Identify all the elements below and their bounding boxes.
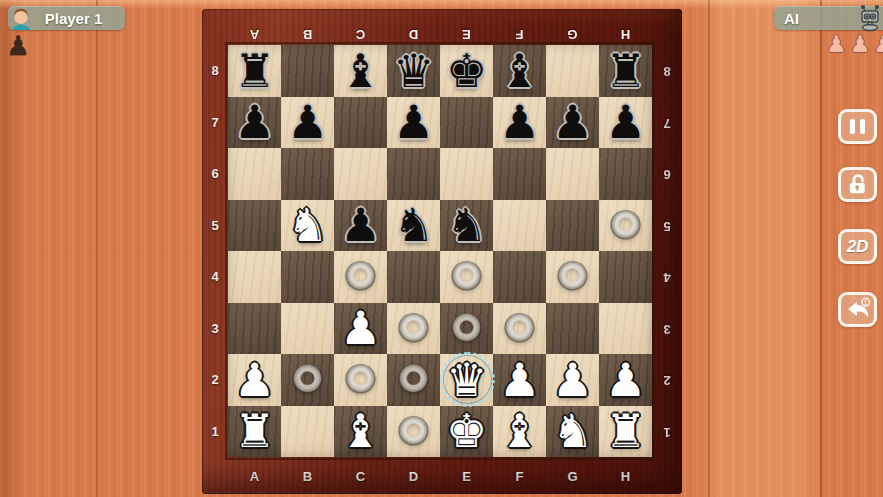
- square-g4[interactable]: [546, 251, 599, 303]
- black-bishop: ♝: [493, 45, 546, 97]
- square-e4[interactable]: [440, 251, 493, 303]
- square-d5[interactable]: ♞: [387, 200, 440, 252]
- wood-seam: [96, 0, 98, 497]
- black-pawn: ♟: [599, 97, 652, 149]
- square-h7[interactable]: ♟: [599, 97, 652, 149]
- square-c3[interactable]: ♟: [334, 303, 387, 355]
- move-indicator-d3: [398, 313, 429, 344]
- view-2d-button[interactable]: 2D: [838, 229, 877, 264]
- rank-label-3: 3: [202, 303, 228, 355]
- square-a8[interactable]: ♜: [228, 45, 281, 97]
- square-a5[interactable]: [228, 200, 281, 252]
- wood-seam: [708, 0, 710, 497]
- square-h8[interactable]: ♜: [599, 45, 652, 97]
- rank-label-8: 8: [652, 45, 682, 97]
- square-e7[interactable]: [440, 97, 493, 149]
- square-f2[interactable]: ♟: [493, 354, 546, 406]
- white-king: ♚: [440, 406, 493, 458]
- black-pawn: ♟: [228, 97, 281, 149]
- square-c1[interactable]: ♝: [334, 406, 387, 458]
- black-pawn: ♟: [546, 97, 599, 149]
- black-pawn: ♟: [334, 200, 387, 252]
- square-a3[interactable]: [228, 303, 281, 355]
- file-labels-bottom: ABCDEFGH: [228, 461, 652, 491]
- white-pawn: ♟: [599, 354, 652, 406]
- square-c7[interactable]: [334, 97, 387, 149]
- square-g8[interactable]: [546, 45, 599, 97]
- rank-label-1: 1: [652, 406, 682, 458]
- rank-label-3: 3: [652, 303, 682, 355]
- captured-pieces-ai: ♟♟♟: [826, 33, 883, 56]
- game-screen: Player 1 ♟ AI ♟♟♟ 2D: [0, 0, 883, 497]
- white-rook: ♜: [599, 406, 652, 458]
- square-d8[interactable]: ♛: [387, 45, 440, 97]
- square-c8[interactable]: ♝: [334, 45, 387, 97]
- square-b7[interactable]: ♟: [281, 97, 334, 149]
- black-pawn: ♟: [387, 97, 440, 149]
- black-rook: ♜: [599, 45, 652, 97]
- white-pawn: ♟: [493, 354, 546, 406]
- square-e3[interactable]: [440, 303, 493, 355]
- square-e2[interactable]: ♛: [440, 354, 493, 406]
- player1-name-bar: Player 1: [8, 6, 125, 30]
- robot-icon: [855, 4, 883, 34]
- square-h3[interactable]: [599, 303, 652, 355]
- captured-white-pawn-icon: ♟: [850, 33, 871, 56]
- move-indicator-e3: [451, 313, 482, 344]
- square-a7[interactable]: ♟: [228, 97, 281, 149]
- move-indicator-g4: [557, 261, 588, 292]
- rank-labels-right: 87654321: [652, 45, 682, 457]
- file-labels-top: ABCDEFGH: [228, 23, 652, 47]
- board-squares: ♜♝♛♚♝♜♟♟♟♟♟♟♞♟♞♞♟♟♛♟♟♟♜♝♚♝♞♜: [228, 45, 652, 457]
- white-knight: ♞: [546, 406, 599, 458]
- pause-button[interactable]: [838, 109, 877, 144]
- square-c5[interactable]: ♟: [334, 200, 387, 252]
- square-g7[interactable]: ♟: [546, 97, 599, 149]
- square-b3[interactable]: [281, 303, 334, 355]
- undo-button[interactable]: 1: [838, 292, 877, 327]
- white-pawn: ♟: [334, 303, 387, 355]
- rank-labels-left: 87654321: [202, 45, 228, 457]
- white-bishop: ♝: [493, 406, 546, 458]
- white-pawn: ♟: [228, 354, 281, 406]
- square-b5[interactable]: ♞: [281, 200, 334, 252]
- square-d2[interactable]: [387, 354, 440, 406]
- square-b1[interactable]: [281, 406, 334, 458]
- square-a4[interactable]: [228, 251, 281, 303]
- square-a6[interactable]: [228, 148, 281, 200]
- square-a1[interactable]: ♜: [228, 406, 281, 458]
- view-2d-label: 2D: [847, 237, 869, 257]
- square-b2[interactable]: [281, 354, 334, 406]
- square-f5[interactable]: [493, 200, 546, 252]
- rank-label-5: 5: [652, 200, 682, 252]
- undo-arrow-icon: 1: [844, 296, 872, 323]
- square-b6[interactable]: [281, 148, 334, 200]
- square-d3[interactable]: [387, 303, 440, 355]
- player-avatar-icon: [10, 7, 32, 30]
- square-b8[interactable]: [281, 45, 334, 97]
- rank-label-5: 5: [202, 200, 228, 252]
- black-knight: ♞: [387, 200, 440, 252]
- move-indicator-b2: [292, 364, 323, 395]
- file-label-h: H: [599, 461, 652, 491]
- square-g3[interactable]: [546, 303, 599, 355]
- square-h2[interactable]: ♟: [599, 354, 652, 406]
- captured-white-pawn-icon: ♟: [826, 33, 847, 56]
- move-indicator-c2: [345, 364, 376, 395]
- file-label-b: B: [281, 461, 334, 491]
- unlock-icon: [846, 173, 869, 196]
- captured-pieces-player1: ♟: [6, 32, 30, 59]
- square-a2[interactable]: ♟: [228, 354, 281, 406]
- file-label-a: A: [228, 461, 281, 491]
- square-h5[interactable]: [599, 200, 652, 252]
- square-h1[interactable]: ♜: [599, 406, 652, 458]
- square-h4[interactable]: [599, 251, 652, 303]
- square-f3[interactable]: [493, 303, 546, 355]
- file-label-d: D: [387, 461, 440, 491]
- square-c6[interactable]: [334, 148, 387, 200]
- move-indicator-h5: [610, 210, 641, 241]
- file-label-b: B: [281, 23, 334, 47]
- black-rook: ♜: [228, 45, 281, 97]
- square-b4[interactable]: [281, 251, 334, 303]
- rank-label-2: 2: [652, 354, 682, 406]
- lock-button[interactable]: [838, 167, 877, 202]
- file-label-f: F: [493, 461, 546, 491]
- captured-black-pawn-icon: ♟: [6, 32, 30, 59]
- black-king: ♚: [440, 45, 493, 97]
- rank-label-7: 7: [202, 97, 228, 149]
- square-f8[interactable]: ♝: [493, 45, 546, 97]
- white-bishop: ♝: [334, 406, 387, 458]
- black-queen: ♛: [387, 45, 440, 97]
- square-g5[interactable]: [546, 200, 599, 252]
- player1-name: Player 1: [45, 10, 103, 27]
- square-g1[interactable]: ♞: [546, 406, 599, 458]
- rank-label-2: 2: [202, 354, 228, 406]
- rank-label-6: 6: [652, 148, 682, 200]
- file-label-c: C: [334, 461, 387, 491]
- chess-board: ABCDEFGH ABCDEFGH 87654321 87654321 ♜♝♛♚…: [202, 9, 682, 494]
- file-label-e: E: [440, 461, 493, 491]
- move-indicator-d1: [398, 416, 429, 447]
- rank-label-1: 1: [202, 406, 228, 458]
- move-indicator-d2: [398, 364, 429, 395]
- black-knight: ♞: [440, 200, 493, 252]
- pause-icon: [850, 119, 855, 134]
- square-g6[interactable]: [546, 148, 599, 200]
- move-indicator-e4: [451, 261, 482, 292]
- ai-name-bar: AI: [774, 6, 883, 30]
- square-d4[interactable]: [387, 251, 440, 303]
- square-f1[interactable]: ♝: [493, 406, 546, 458]
- square-d7[interactable]: ♟: [387, 97, 440, 149]
- square-e6[interactable]: [440, 148, 493, 200]
- black-pawn: ♟: [281, 97, 334, 149]
- square-g2[interactable]: ♟: [546, 354, 599, 406]
- rank-label-6: 6: [202, 148, 228, 200]
- square-e8[interactable]: ♚: [440, 45, 493, 97]
- square-e5[interactable]: ♞: [440, 200, 493, 252]
- white-queen: ♛: [440, 354, 493, 406]
- square-e1[interactable]: ♚: [440, 406, 493, 458]
- rank-label-7: 7: [652, 97, 682, 149]
- ai-name: AI: [784, 10, 799, 27]
- square-f6[interactable]: [493, 148, 546, 200]
- square-d1[interactable]: [387, 406, 440, 458]
- square-f4[interactable]: [493, 251, 546, 303]
- rank-label-4: 4: [652, 251, 682, 303]
- square-h6[interactable]: [599, 148, 652, 200]
- square-c4[interactable]: [334, 251, 387, 303]
- white-rook: ♜: [228, 406, 281, 458]
- black-bishop: ♝: [334, 45, 387, 97]
- wood-seam: [820, 0, 822, 497]
- move-indicator-f3: [504, 313, 535, 344]
- undo-count-badge: 1: [863, 299, 867, 306]
- file-label-g: G: [546, 461, 599, 491]
- square-c2[interactable]: [334, 354, 387, 406]
- square-f7[interactable]: ♟: [493, 97, 546, 149]
- rank-label-8: 8: [202, 45, 228, 97]
- rank-label-4: 4: [202, 251, 228, 303]
- file-label-g: G: [546, 23, 599, 47]
- white-pawn: ♟: [546, 354, 599, 406]
- square-d6[interactable]: [387, 148, 440, 200]
- captured-white-pawn-icon: ♟: [873, 33, 883, 56]
- white-knight: ♞: [281, 200, 334, 252]
- black-pawn: ♟: [493, 97, 546, 149]
- move-indicator-c4: [345, 261, 376, 292]
